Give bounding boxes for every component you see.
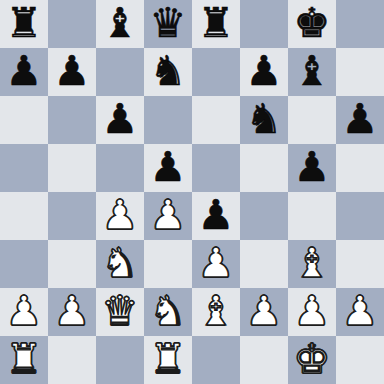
square-b4[interactable] [48,192,96,240]
piece-white-bishop[interactable]: ♝ [294,239,331,287]
piece-white-pawn[interactable]: ♟ [342,287,379,335]
piece-black-king[interactable]: ♚ [294,0,331,47]
square-h7[interactable] [336,48,384,96]
square-b5[interactable] [48,144,96,192]
square-h4[interactable] [336,192,384,240]
square-b6[interactable] [48,96,96,144]
piece-black-rook[interactable]: ♜ [6,0,43,47]
square-b3[interactable] [48,240,96,288]
square-a4[interactable] [0,192,48,240]
square-f2[interactable]: ♟ [240,288,288,336]
square-a3[interactable] [0,240,48,288]
square-f5[interactable] [240,144,288,192]
piece-white-pawn[interactable]: ♟ [54,287,91,335]
square-e1[interactable] [192,336,240,384]
square-e4[interactable]: ♟ [192,192,240,240]
square-h2[interactable]: ♟ [336,288,384,336]
piece-black-bishop[interactable]: ♝ [294,47,331,95]
square-d4[interactable]: ♟ [144,192,192,240]
piece-black-pawn[interactable]: ♟ [150,143,187,191]
piece-black-pawn[interactable]: ♟ [294,143,331,191]
square-e7[interactable] [192,48,240,96]
piece-white-pawn[interactable]: ♟ [198,239,235,287]
square-c6[interactable]: ♟ [96,96,144,144]
square-g1[interactable]: ♚ [288,336,336,384]
square-h8[interactable] [336,0,384,48]
piece-white-pawn[interactable]: ♟ [102,191,139,239]
piece-white-bishop[interactable]: ♝ [198,287,235,335]
square-g4[interactable] [288,192,336,240]
square-c1[interactable] [96,336,144,384]
piece-black-rook[interactable]: ♜ [198,0,235,47]
square-b2[interactable]: ♟ [48,288,96,336]
square-c5[interactable] [96,144,144,192]
piece-white-pawn[interactable]: ♟ [294,287,331,335]
square-c8[interactable]: ♝ [96,0,144,48]
square-e2[interactable]: ♝ [192,288,240,336]
square-d2[interactable]: ♞ [144,288,192,336]
square-b1[interactable] [48,336,96,384]
piece-black-pawn[interactable]: ♟ [102,95,139,143]
square-h1[interactable] [336,336,384,384]
square-d8[interactable]: ♛ [144,0,192,48]
square-c4[interactable]: ♟ [96,192,144,240]
square-g6[interactable] [288,96,336,144]
square-d1[interactable]: ♜ [144,336,192,384]
square-f3[interactable] [240,240,288,288]
square-f6[interactable]: ♞ [240,96,288,144]
square-h3[interactable] [336,240,384,288]
square-g8[interactable]: ♚ [288,0,336,48]
piece-black-pawn[interactable]: ♟ [198,191,235,239]
square-f7[interactable]: ♟ [240,48,288,96]
piece-black-pawn[interactable]: ♟ [246,47,283,95]
piece-black-queen[interactable]: ♛ [150,0,187,47]
square-a1[interactable]: ♜ [0,336,48,384]
square-d6[interactable] [144,96,192,144]
square-f1[interactable] [240,336,288,384]
square-f8[interactable] [240,0,288,48]
square-g7[interactable]: ♝ [288,48,336,96]
piece-white-rook[interactable]: ♜ [6,335,43,383]
square-h6[interactable]: ♟ [336,96,384,144]
square-d5[interactable]: ♟ [144,144,192,192]
piece-white-pawn[interactable]: ♟ [150,191,187,239]
piece-white-knight[interactable]: ♞ [150,287,187,335]
square-e3[interactable]: ♟ [192,240,240,288]
square-e6[interactable] [192,96,240,144]
square-g2[interactable]: ♟ [288,288,336,336]
piece-black-knight[interactable]: ♞ [150,47,187,95]
piece-white-queen[interactable]: ♛ [102,287,139,335]
square-g5[interactable]: ♟ [288,144,336,192]
square-c7[interactable] [96,48,144,96]
piece-white-rook[interactable]: ♜ [150,335,187,383]
square-a8[interactable]: ♜ [0,0,48,48]
square-a2[interactable]: ♟ [0,288,48,336]
square-a5[interactable] [0,144,48,192]
piece-white-king[interactable]: ♚ [294,335,331,383]
piece-black-pawn[interactable]: ♟ [54,47,91,95]
square-h5[interactable] [336,144,384,192]
square-e5[interactable] [192,144,240,192]
piece-black-pawn[interactable]: ♟ [6,47,43,95]
square-c2[interactable]: ♛ [96,288,144,336]
square-e8[interactable]: ♜ [192,0,240,48]
piece-black-pawn[interactable]: ♟ [342,95,379,143]
square-g3[interactable]: ♝ [288,240,336,288]
piece-white-pawn[interactable]: ♟ [246,287,283,335]
square-b8[interactable] [48,0,96,48]
chess-board: ♜♝♛♜♚♟♟♞♟♝♟♞♟♟♟♟♟♟♞♟♝♟♟♛♞♝♟♟♟♜♜♚ [0,0,384,384]
piece-white-knight[interactable]: ♞ [102,239,139,287]
square-c3[interactable]: ♞ [96,240,144,288]
piece-black-bishop[interactable]: ♝ [102,0,139,47]
square-d7[interactable]: ♞ [144,48,192,96]
piece-white-pawn[interactable]: ♟ [6,287,43,335]
square-f4[interactable] [240,192,288,240]
square-d3[interactable] [144,240,192,288]
piece-black-knight[interactable]: ♞ [246,95,283,143]
square-a7[interactable]: ♟ [0,48,48,96]
square-b7[interactable]: ♟ [48,48,96,96]
square-a6[interactable] [0,96,48,144]
